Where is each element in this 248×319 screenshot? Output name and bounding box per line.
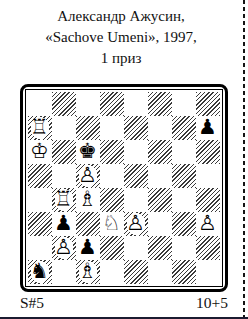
square-c3	[76, 212, 100, 236]
square-h1	[196, 260, 220, 284]
square-h6	[196, 140, 220, 164]
piece-black-king-c6: ♚︎	[78, 139, 97, 163]
page-cell-right-border	[243, 0, 245, 319]
piece-black-pawn-b3: ♟︎	[54, 211, 73, 235]
square-b8	[52, 92, 76, 116]
square-f6	[148, 140, 172, 164]
caption: Александр Ажусин, «Sachove Umeni», 1997,…	[0, 6, 242, 69]
chess-board: ♖︎♟︎♔︎♚︎♙︎♖︎♗︎♟︎♘︎♙︎♙︎♙︎♟︎♞︎♗︎	[28, 92, 220, 284]
piece-white-rook-b4: ♖︎	[54, 187, 73, 211]
piece-white-bishop-c4: ♗︎	[78, 187, 97, 211]
square-c6: ♚︎	[76, 140, 100, 164]
problem-diagram-page: Александр Ажусин, «Sachove Umeni», 1997,…	[0, 0, 248, 319]
piece-white-rook-a7: ♖︎	[30, 115, 49, 139]
square-g3	[172, 212, 196, 236]
square-h5	[196, 164, 220, 188]
square-d3: ♘︎	[100, 212, 124, 236]
square-c7	[76, 116, 100, 140]
square-g7	[172, 116, 196, 140]
piece-white-king-a6: ♔︎	[30, 139, 49, 163]
square-g1	[172, 260, 196, 284]
square-e4	[124, 188, 148, 212]
square-c2: ♟︎	[76, 236, 100, 260]
square-b3: ♟︎	[52, 212, 76, 236]
square-h3: ♙︎	[196, 212, 220, 236]
piece-white-pawn-b2: ♙︎	[54, 235, 73, 259]
caption-author: Александр Ажусин,	[0, 6, 242, 27]
square-d2	[100, 236, 124, 260]
square-a8	[28, 92, 52, 116]
square-c4: ♗︎	[76, 188, 100, 212]
square-c8	[76, 92, 100, 116]
stipulation-label: S#5	[20, 294, 44, 312]
square-b6	[52, 140, 76, 164]
square-f7	[148, 116, 172, 140]
square-d4	[100, 188, 124, 212]
piece-black-pawn-h7: ♟︎	[198, 115, 217, 139]
square-a4	[28, 188, 52, 212]
square-a5	[28, 164, 52, 188]
square-g2	[172, 236, 196, 260]
square-b2: ♙︎	[52, 236, 76, 260]
chess-board-inner-frame: ♖︎♟︎♔︎♚︎♙︎♖︎♗︎♟︎♘︎♙︎♙︎♙︎♟︎♞︎♗︎	[25, 89, 223, 287]
square-a1: ♞︎	[28, 260, 52, 284]
square-b1	[52, 260, 76, 284]
square-c5: ♙︎	[76, 164, 100, 188]
piece-black-knight-a1: ♞︎	[30, 259, 49, 283]
piece-white-pawn-c5: ♙︎	[78, 163, 97, 187]
square-a6: ♔︎	[28, 140, 52, 164]
chess-board-frame: ♖︎♟︎♔︎♚︎♙︎♖︎♗︎♟︎♘︎♙︎♙︎♙︎♟︎♞︎♗︎	[20, 84, 228, 292]
square-b4: ♖︎	[52, 188, 76, 212]
piece-white-knight-d3: ♘︎	[102, 211, 121, 235]
square-h7: ♟︎	[196, 116, 220, 140]
square-g5	[172, 164, 196, 188]
square-a3	[28, 212, 52, 236]
square-f5	[148, 164, 172, 188]
square-e2	[124, 236, 148, 260]
square-e8	[124, 92, 148, 116]
square-d6	[100, 140, 124, 164]
square-h8	[196, 92, 220, 116]
square-g6	[172, 140, 196, 164]
piece-white-pawn-h3: ♙︎	[198, 211, 217, 235]
square-e1	[124, 260, 148, 284]
square-c1: ♗︎	[76, 260, 100, 284]
square-f8	[148, 92, 172, 116]
square-d1	[100, 260, 124, 284]
square-h4	[196, 188, 220, 212]
square-g4	[172, 188, 196, 212]
material-count-label: 10+5	[196, 294, 228, 312]
square-e6	[124, 140, 148, 164]
square-d8	[100, 92, 124, 116]
square-d5	[100, 164, 124, 188]
square-g8	[172, 92, 196, 116]
square-e5	[124, 164, 148, 188]
square-a7: ♖︎	[28, 116, 52, 140]
square-f4	[148, 188, 172, 212]
square-d7	[100, 116, 124, 140]
square-h2	[196, 236, 220, 260]
square-f1	[148, 260, 172, 284]
piece-black-pawn-c2: ♟︎	[78, 235, 97, 259]
square-e7	[124, 116, 148, 140]
square-b7	[52, 116, 76, 140]
square-b5	[52, 164, 76, 188]
caption-source: «Sachove Umeni», 1997,	[0, 27, 242, 48]
square-f3	[148, 212, 172, 236]
square-f2	[148, 236, 172, 260]
square-a2	[28, 236, 52, 260]
piece-white-bishop-c1: ♗︎	[78, 259, 97, 283]
diagram-footer: S#5 10+5	[20, 294, 228, 312]
caption-award: 1 приз	[0, 48, 242, 69]
piece-white-pawn-e3: ♙︎	[126, 211, 145, 235]
square-e3: ♙︎	[124, 212, 148, 236]
